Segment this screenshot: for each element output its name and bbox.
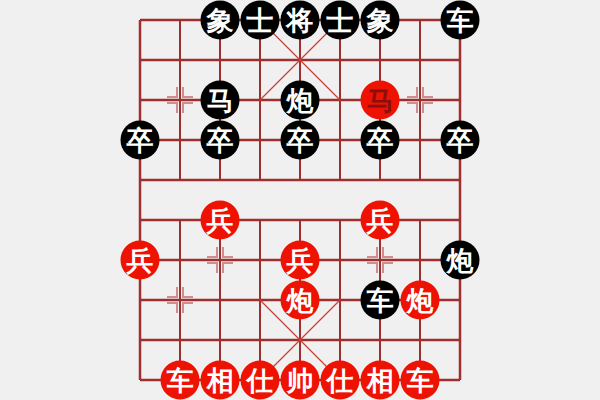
piece-red-elephant[interactable]: 相 <box>361 361 400 400</box>
piece-black-chariot[interactable]: 车 <box>441 1 480 40</box>
piece-black-elephant[interactable]: 象 <box>361 1 400 40</box>
point-marker-corner <box>407 87 418 98</box>
point-marker-corner <box>367 247 378 258</box>
point-marker-corner <box>167 87 178 98</box>
point-marker-corner <box>207 247 218 258</box>
piece-red-soldier[interactable]: 兵 <box>281 241 320 280</box>
point-marker-corner <box>382 247 393 258</box>
piece-red-cannon[interactable]: 炮 <box>281 281 320 320</box>
point-marker <box>167 287 193 313</box>
point-marker-corner <box>182 302 193 313</box>
point-marker-corner <box>207 262 218 273</box>
point-marker <box>367 247 393 273</box>
point-marker <box>207 247 233 273</box>
piece-red-horse[interactable]: 马 <box>361 81 400 120</box>
point-marker-corner <box>222 247 233 258</box>
piece-red-general[interactable]: 帅 <box>281 361 320 400</box>
piece-black-soldier[interactable]: 卒 <box>361 121 400 160</box>
point-marker-corner <box>182 87 193 98</box>
piece-black-soldier[interactable]: 卒 <box>121 121 160 160</box>
point-marker-corner <box>382 262 393 273</box>
piece-black-soldier[interactable]: 卒 <box>281 121 320 160</box>
piece-black-cannon[interactable]: 炮 <box>281 81 320 120</box>
point-marker-corner <box>167 102 178 113</box>
piece-black-elephant[interactable]: 象 <box>201 1 240 40</box>
piece-black-chariot[interactable]: 车 <box>361 281 400 320</box>
point-marker <box>167 87 193 113</box>
piece-red-soldier[interactable]: 兵 <box>121 241 160 280</box>
piece-black-cannon[interactable]: 炮 <box>441 241 480 280</box>
point-marker-corner <box>422 87 433 98</box>
piece-black-advisor[interactable]: 士 <box>321 1 360 40</box>
point-marker-corner <box>407 102 418 113</box>
piece-red-soldier[interactable]: 兵 <box>201 201 240 240</box>
point-marker-corner <box>167 302 178 313</box>
point-marker-corner <box>422 102 433 113</box>
piece-red-advisor[interactable]: 仕 <box>241 361 280 400</box>
xiangqi-board-screen: 象士将士象车马炮马卒卒卒卒卒兵兵兵兵炮炮车炮车相仕帅仕相车 <box>0 0 600 400</box>
piece-black-general[interactable]: 将 <box>281 1 320 40</box>
piece-black-advisor[interactable]: 士 <box>241 1 280 40</box>
point-marker-corner <box>167 287 178 298</box>
piece-black-soldier[interactable]: 卒 <box>201 121 240 160</box>
point-marker-corner <box>367 262 378 273</box>
piece-red-advisor[interactable]: 仕 <box>321 361 360 400</box>
point-marker-corner <box>182 287 193 298</box>
piece-black-soldier[interactable]: 卒 <box>441 121 480 160</box>
piece-red-soldier[interactable]: 兵 <box>361 201 400 240</box>
piece-red-elephant[interactable]: 相 <box>201 361 240 400</box>
point-marker-corner <box>222 262 233 273</box>
piece-red-cannon[interactable]: 炮 <box>401 281 440 320</box>
point-marker-corner <box>182 102 193 113</box>
point-marker <box>407 87 433 113</box>
piece-black-horse[interactable]: 马 <box>201 81 240 120</box>
piece-red-chariot[interactable]: 车 <box>401 361 440 400</box>
piece-red-chariot[interactable]: 车 <box>161 361 200 400</box>
board-grid <box>0 0 600 400</box>
